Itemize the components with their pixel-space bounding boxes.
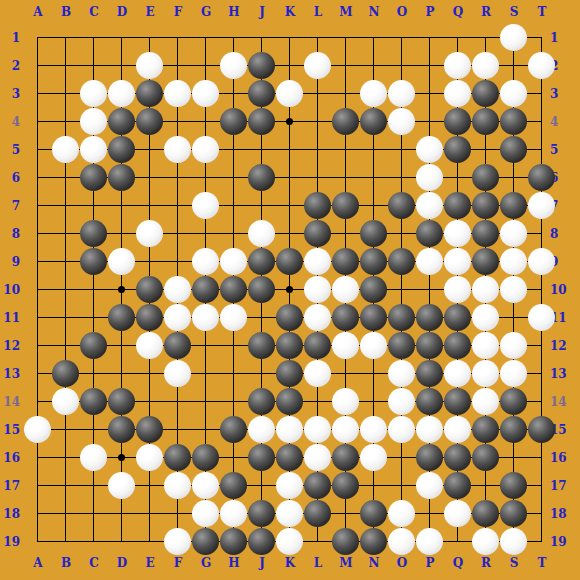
- point-N7[interactable]: [360, 192, 388, 220]
- point-H8[interactable]: [220, 220, 248, 248]
- point-C19[interactable]: [80, 528, 108, 556]
- point-C16[interactable]: [80, 444, 108, 472]
- point-K12[interactable]: [276, 332, 304, 360]
- point-R8[interactable]: [472, 220, 500, 248]
- point-S8[interactable]: [500, 220, 528, 248]
- point-D3[interactable]: [108, 80, 136, 108]
- point-H7[interactable]: [220, 192, 248, 220]
- point-K4[interactable]: [276, 108, 304, 136]
- point-L5[interactable]: [304, 136, 332, 164]
- point-A8[interactable]: [24, 220, 52, 248]
- point-C13[interactable]: [80, 360, 108, 388]
- point-O3[interactable]: [388, 80, 416, 108]
- point-O7[interactable]: [388, 192, 416, 220]
- point-F15[interactable]: [164, 416, 192, 444]
- point-L13[interactable]: [304, 360, 332, 388]
- point-Q12[interactable]: [444, 332, 472, 360]
- point-A11[interactable]: [24, 304, 52, 332]
- point-S10[interactable]: [500, 276, 528, 304]
- point-H10[interactable]: [220, 276, 248, 304]
- point-C6[interactable]: [80, 164, 108, 192]
- point-O15[interactable]: [388, 416, 416, 444]
- point-J3[interactable]: [248, 80, 276, 108]
- point-G6[interactable]: [192, 164, 220, 192]
- point-L16[interactable]: [304, 444, 332, 472]
- point-E1[interactable]: [136, 24, 164, 52]
- point-O13[interactable]: [388, 360, 416, 388]
- point-N12[interactable]: [360, 332, 388, 360]
- point-M16[interactable]: [332, 444, 360, 472]
- point-D15[interactable]: [108, 416, 136, 444]
- point-J15[interactable]: [248, 416, 276, 444]
- point-A1[interactable]: [24, 24, 52, 52]
- point-M7[interactable]: [332, 192, 360, 220]
- point-R11[interactable]: [472, 304, 500, 332]
- point-A12[interactable]: [24, 332, 52, 360]
- point-B16[interactable]: [52, 444, 80, 472]
- point-Q1[interactable]: [444, 24, 472, 52]
- point-F14[interactable]: [164, 388, 192, 416]
- point-T8[interactable]: [528, 220, 556, 248]
- point-J6[interactable]: [248, 164, 276, 192]
- point-H19[interactable]: [220, 528, 248, 556]
- point-Q18[interactable]: [444, 500, 472, 528]
- point-K2[interactable]: [276, 52, 304, 80]
- point-T11[interactable]: [528, 304, 556, 332]
- point-H12[interactable]: [220, 332, 248, 360]
- point-A9[interactable]: [24, 248, 52, 276]
- point-F18[interactable]: [164, 500, 192, 528]
- point-C11[interactable]: [80, 304, 108, 332]
- point-R2[interactable]: [472, 52, 500, 80]
- point-E7[interactable]: [136, 192, 164, 220]
- point-M5[interactable]: [332, 136, 360, 164]
- point-G16[interactable]: [192, 444, 220, 472]
- point-G12[interactable]: [192, 332, 220, 360]
- point-H14[interactable]: [220, 388, 248, 416]
- point-D14[interactable]: [108, 388, 136, 416]
- point-G13[interactable]: [192, 360, 220, 388]
- point-E8[interactable]: [136, 220, 164, 248]
- point-F2[interactable]: [164, 52, 192, 80]
- point-Q5[interactable]: [444, 136, 472, 164]
- point-C1[interactable]: [80, 24, 108, 52]
- point-L1[interactable]: [304, 24, 332, 52]
- point-L7[interactable]: [304, 192, 332, 220]
- point-M2[interactable]: [332, 52, 360, 80]
- point-S11[interactable]: [500, 304, 528, 332]
- point-P2[interactable]: [416, 52, 444, 80]
- point-M17[interactable]: [332, 472, 360, 500]
- point-J19[interactable]: [248, 528, 276, 556]
- point-L11[interactable]: [304, 304, 332, 332]
- point-L18[interactable]: [304, 500, 332, 528]
- point-B15[interactable]: [52, 416, 80, 444]
- point-F7[interactable]: [164, 192, 192, 220]
- point-Q2[interactable]: [444, 52, 472, 80]
- point-K7[interactable]: [276, 192, 304, 220]
- point-T9[interactable]: [528, 248, 556, 276]
- point-A18[interactable]: [24, 500, 52, 528]
- point-R17[interactable]: [472, 472, 500, 500]
- point-T13[interactable]: [528, 360, 556, 388]
- point-D4[interactable]: [108, 108, 136, 136]
- point-N9[interactable]: [360, 248, 388, 276]
- point-A6[interactable]: [24, 164, 52, 192]
- point-J5[interactable]: [248, 136, 276, 164]
- point-J8[interactable]: [248, 220, 276, 248]
- point-F1[interactable]: [164, 24, 192, 52]
- point-D8[interactable]: [108, 220, 136, 248]
- point-S6[interactable]: [500, 164, 528, 192]
- point-L3[interactable]: [304, 80, 332, 108]
- point-T12[interactable]: [528, 332, 556, 360]
- point-G10[interactable]: [192, 276, 220, 304]
- point-L10[interactable]: [304, 276, 332, 304]
- point-O18[interactable]: [388, 500, 416, 528]
- point-R9[interactable]: [472, 248, 500, 276]
- point-B3[interactable]: [52, 80, 80, 108]
- point-F8[interactable]: [164, 220, 192, 248]
- point-D1[interactable]: [108, 24, 136, 52]
- point-G4[interactable]: [192, 108, 220, 136]
- point-C12[interactable]: [80, 332, 108, 360]
- point-F19[interactable]: [164, 528, 192, 556]
- point-T14[interactable]: [528, 388, 556, 416]
- point-P5[interactable]: [416, 136, 444, 164]
- point-J13[interactable]: [248, 360, 276, 388]
- point-T15[interactable]: [528, 416, 556, 444]
- point-N3[interactable]: [360, 80, 388, 108]
- point-O19[interactable]: [388, 528, 416, 556]
- point-O16[interactable]: [388, 444, 416, 472]
- point-E18[interactable]: [136, 500, 164, 528]
- point-D2[interactable]: [108, 52, 136, 80]
- point-C8[interactable]: [80, 220, 108, 248]
- point-A3[interactable]: [24, 80, 52, 108]
- point-M1[interactable]: [332, 24, 360, 52]
- point-M4[interactable]: [332, 108, 360, 136]
- point-R3[interactable]: [472, 80, 500, 108]
- point-F11[interactable]: [164, 304, 192, 332]
- point-Q3[interactable]: [444, 80, 472, 108]
- point-L15[interactable]: [304, 416, 332, 444]
- point-A16[interactable]: [24, 444, 52, 472]
- point-P9[interactable]: [416, 248, 444, 276]
- point-S16[interactable]: [500, 444, 528, 472]
- point-K17[interactable]: [276, 472, 304, 500]
- point-T17[interactable]: [528, 472, 556, 500]
- point-S4[interactable]: [500, 108, 528, 136]
- point-J18[interactable]: [248, 500, 276, 528]
- point-S9[interactable]: [500, 248, 528, 276]
- point-C15[interactable]: [80, 416, 108, 444]
- point-R18[interactable]: [472, 500, 500, 528]
- point-C18[interactable]: [80, 500, 108, 528]
- point-R1[interactable]: [472, 24, 500, 52]
- point-S12[interactable]: [500, 332, 528, 360]
- point-S7[interactable]: [500, 192, 528, 220]
- point-O2[interactable]: [388, 52, 416, 80]
- point-D10[interactable]: [108, 276, 136, 304]
- point-F12[interactable]: [164, 332, 192, 360]
- point-J9[interactable]: [248, 248, 276, 276]
- point-G18[interactable]: [192, 500, 220, 528]
- point-D7[interactable]: [108, 192, 136, 220]
- point-O8[interactable]: [388, 220, 416, 248]
- point-T10[interactable]: [528, 276, 556, 304]
- point-K18[interactable]: [276, 500, 304, 528]
- point-P3[interactable]: [416, 80, 444, 108]
- point-O9[interactable]: [388, 248, 416, 276]
- point-H3[interactable]: [220, 80, 248, 108]
- point-N6[interactable]: [360, 164, 388, 192]
- point-S1[interactable]: [500, 24, 528, 52]
- point-D9[interactable]: [108, 248, 136, 276]
- point-S17[interactable]: [500, 472, 528, 500]
- point-G1[interactable]: [192, 24, 220, 52]
- point-G19[interactable]: [192, 528, 220, 556]
- point-N16[interactable]: [360, 444, 388, 472]
- point-B17[interactable]: [52, 472, 80, 500]
- point-M14[interactable]: [332, 388, 360, 416]
- point-E2[interactable]: [136, 52, 164, 80]
- point-H4[interactable]: [220, 108, 248, 136]
- point-H11[interactable]: [220, 304, 248, 332]
- point-L2[interactable]: [304, 52, 332, 80]
- point-E10[interactable]: [136, 276, 164, 304]
- point-Q14[interactable]: [444, 388, 472, 416]
- point-E13[interactable]: [136, 360, 164, 388]
- point-G15[interactable]: [192, 416, 220, 444]
- point-B2[interactable]: [52, 52, 80, 80]
- point-E15[interactable]: [136, 416, 164, 444]
- point-R4[interactable]: [472, 108, 500, 136]
- point-T18[interactable]: [528, 500, 556, 528]
- point-B13[interactable]: [52, 360, 80, 388]
- point-O17[interactable]: [388, 472, 416, 500]
- point-L8[interactable]: [304, 220, 332, 248]
- point-P16[interactable]: [416, 444, 444, 472]
- point-B6[interactable]: [52, 164, 80, 192]
- point-G11[interactable]: [192, 304, 220, 332]
- point-F16[interactable]: [164, 444, 192, 472]
- point-Q6[interactable]: [444, 164, 472, 192]
- point-P18[interactable]: [416, 500, 444, 528]
- point-B9[interactable]: [52, 248, 80, 276]
- point-O6[interactable]: [388, 164, 416, 192]
- point-P7[interactable]: [416, 192, 444, 220]
- point-D19[interactable]: [108, 528, 136, 556]
- point-K11[interactable]: [276, 304, 304, 332]
- point-A19[interactable]: [24, 528, 52, 556]
- point-T3[interactable]: [528, 80, 556, 108]
- point-H13[interactable]: [220, 360, 248, 388]
- point-A17[interactable]: [24, 472, 52, 500]
- point-D12[interactable]: [108, 332, 136, 360]
- point-Q11[interactable]: [444, 304, 472, 332]
- point-L19[interactable]: [304, 528, 332, 556]
- point-H1[interactable]: [220, 24, 248, 52]
- point-C9[interactable]: [80, 248, 108, 276]
- point-E11[interactable]: [136, 304, 164, 332]
- point-Q8[interactable]: [444, 220, 472, 248]
- point-S19[interactable]: [500, 528, 528, 556]
- point-T4[interactable]: [528, 108, 556, 136]
- point-C3[interactable]: [80, 80, 108, 108]
- point-T16[interactable]: [528, 444, 556, 472]
- point-B5[interactable]: [52, 136, 80, 164]
- point-H18[interactable]: [220, 500, 248, 528]
- point-J12[interactable]: [248, 332, 276, 360]
- point-Q15[interactable]: [444, 416, 472, 444]
- point-K19[interactable]: [276, 528, 304, 556]
- point-E3[interactable]: [136, 80, 164, 108]
- point-Q9[interactable]: [444, 248, 472, 276]
- point-H15[interactable]: [220, 416, 248, 444]
- point-E19[interactable]: [136, 528, 164, 556]
- point-B11[interactable]: [52, 304, 80, 332]
- point-H5[interactable]: [220, 136, 248, 164]
- point-C4[interactable]: [80, 108, 108, 136]
- point-N4[interactable]: [360, 108, 388, 136]
- point-K1[interactable]: [276, 24, 304, 52]
- point-K14[interactable]: [276, 388, 304, 416]
- point-H6[interactable]: [220, 164, 248, 192]
- point-D6[interactable]: [108, 164, 136, 192]
- point-Q19[interactable]: [444, 528, 472, 556]
- point-M8[interactable]: [332, 220, 360, 248]
- point-A5[interactable]: [24, 136, 52, 164]
- point-M11[interactable]: [332, 304, 360, 332]
- point-G9[interactable]: [192, 248, 220, 276]
- point-M18[interactable]: [332, 500, 360, 528]
- point-S15[interactable]: [500, 416, 528, 444]
- point-G3[interactable]: [192, 80, 220, 108]
- point-E14[interactable]: [136, 388, 164, 416]
- point-P11[interactable]: [416, 304, 444, 332]
- point-P4[interactable]: [416, 108, 444, 136]
- point-T1[interactable]: [528, 24, 556, 52]
- point-J2[interactable]: [248, 52, 276, 80]
- point-O5[interactable]: [388, 136, 416, 164]
- point-A7[interactable]: [24, 192, 52, 220]
- point-E17[interactable]: [136, 472, 164, 500]
- point-C10[interactable]: [80, 276, 108, 304]
- point-B19[interactable]: [52, 528, 80, 556]
- point-P14[interactable]: [416, 388, 444, 416]
- point-C5[interactable]: [80, 136, 108, 164]
- point-N8[interactable]: [360, 220, 388, 248]
- point-F6[interactable]: [164, 164, 192, 192]
- point-A10[interactable]: [24, 276, 52, 304]
- point-P10[interactable]: [416, 276, 444, 304]
- point-E4[interactable]: [136, 108, 164, 136]
- point-J16[interactable]: [248, 444, 276, 472]
- point-H17[interactable]: [220, 472, 248, 500]
- point-B7[interactable]: [52, 192, 80, 220]
- point-P12[interactable]: [416, 332, 444, 360]
- point-N5[interactable]: [360, 136, 388, 164]
- point-J10[interactable]: [248, 276, 276, 304]
- point-G7[interactable]: [192, 192, 220, 220]
- point-N19[interactable]: [360, 528, 388, 556]
- point-L14[interactable]: [304, 388, 332, 416]
- point-E12[interactable]: [136, 332, 164, 360]
- point-Q4[interactable]: [444, 108, 472, 136]
- point-P15[interactable]: [416, 416, 444, 444]
- point-N11[interactable]: [360, 304, 388, 332]
- point-R13[interactable]: [472, 360, 500, 388]
- point-K13[interactable]: [276, 360, 304, 388]
- point-L6[interactable]: [304, 164, 332, 192]
- point-B10[interactable]: [52, 276, 80, 304]
- point-N14[interactable]: [360, 388, 388, 416]
- point-N15[interactable]: [360, 416, 388, 444]
- point-N17[interactable]: [360, 472, 388, 500]
- point-S2[interactable]: [500, 52, 528, 80]
- point-H2[interactable]: [220, 52, 248, 80]
- point-G17[interactable]: [192, 472, 220, 500]
- point-R10[interactable]: [472, 276, 500, 304]
- point-N18[interactable]: [360, 500, 388, 528]
- point-N10[interactable]: [360, 276, 388, 304]
- point-T5[interactable]: [528, 136, 556, 164]
- point-A15[interactable]: [24, 416, 52, 444]
- point-A13[interactable]: [24, 360, 52, 388]
- point-M15[interactable]: [332, 416, 360, 444]
- point-J1[interactable]: [248, 24, 276, 52]
- point-M3[interactable]: [332, 80, 360, 108]
- point-P13[interactable]: [416, 360, 444, 388]
- point-M12[interactable]: [332, 332, 360, 360]
- point-F17[interactable]: [164, 472, 192, 500]
- point-Q13[interactable]: [444, 360, 472, 388]
- point-J11[interactable]: [248, 304, 276, 332]
- point-K15[interactable]: [276, 416, 304, 444]
- point-M6[interactable]: [332, 164, 360, 192]
- point-E5[interactable]: [136, 136, 164, 164]
- point-R6[interactable]: [472, 164, 500, 192]
- point-E16[interactable]: [136, 444, 164, 472]
- point-K16[interactable]: [276, 444, 304, 472]
- point-F3[interactable]: [164, 80, 192, 108]
- point-G2[interactable]: [192, 52, 220, 80]
- point-F10[interactable]: [164, 276, 192, 304]
- point-O4[interactable]: [388, 108, 416, 136]
- point-C7[interactable]: [80, 192, 108, 220]
- point-M19[interactable]: [332, 528, 360, 556]
- point-Q10[interactable]: [444, 276, 472, 304]
- point-L4[interactable]: [304, 108, 332, 136]
- point-T7[interactable]: [528, 192, 556, 220]
- point-Q17[interactable]: [444, 472, 472, 500]
- point-L9[interactable]: [304, 248, 332, 276]
- point-K8[interactable]: [276, 220, 304, 248]
- point-N1[interactable]: [360, 24, 388, 52]
- point-D16[interactable]: [108, 444, 136, 472]
- point-G5[interactable]: [192, 136, 220, 164]
- point-P8[interactable]: [416, 220, 444, 248]
- point-R16[interactable]: [472, 444, 500, 472]
- point-O1[interactable]: [388, 24, 416, 52]
- point-B8[interactable]: [52, 220, 80, 248]
- point-M9[interactable]: [332, 248, 360, 276]
- point-D13[interactable]: [108, 360, 136, 388]
- point-Q16[interactable]: [444, 444, 472, 472]
- point-K5[interactable]: [276, 136, 304, 164]
- point-O12[interactable]: [388, 332, 416, 360]
